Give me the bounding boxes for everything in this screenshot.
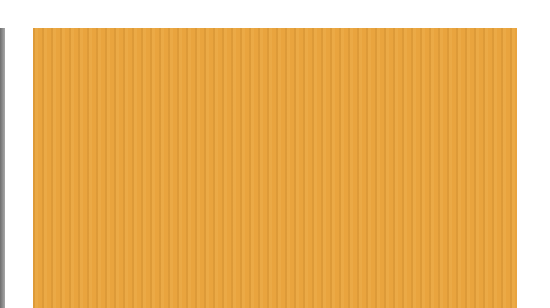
board-grid xyxy=(28,30,513,308)
go-board-viewport xyxy=(0,0,550,308)
board-right-edge xyxy=(0,28,5,308)
